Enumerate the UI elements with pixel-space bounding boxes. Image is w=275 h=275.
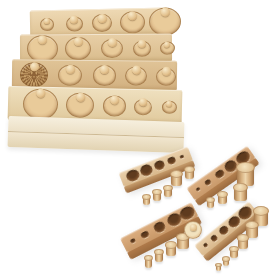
cylinder-hole: [152, 221, 166, 234]
cylinder-hole: [195, 187, 200, 192]
loose-cylinder: [230, 248, 238, 258]
cylinder-top-face: [142, 194, 151, 200]
cylinder-top-face: [233, 183, 248, 192]
cylinder-hole: [213, 169, 225, 180]
cylinder-hole: [210, 234, 218, 242]
cylinder-top-face: [236, 162, 255, 173]
cylinder-top-face: [184, 166, 195, 173]
loose-cylinder: [218, 193, 227, 204]
cylinder-top-face: [165, 241, 177, 249]
cylinder-hole: [179, 154, 184, 159]
cylinder-top-face: [144, 255, 153, 261]
cylinder-top-face: [217, 191, 228, 198]
cylinder-hole: [153, 160, 165, 172]
loose-cylinder: [143, 196, 150, 205]
cylinder-top-face: [222, 256, 230, 261]
cylinder-top-face: [170, 170, 183, 178]
loose-cylinder: [238, 237, 248, 249]
loose-cylinder: [207, 199, 214, 208]
cylinder-top-face: [253, 206, 269, 216]
loose-cylinder: [223, 258, 229, 266]
knobbed-disc-cylinder: [184, 221, 202, 239]
cylinder-hole: [167, 156, 177, 165]
product-photo: [0, 0, 275, 275]
cylinder-knob: [190, 224, 197, 231]
cylinder-top-face: [206, 197, 215, 203]
cylinder-hole: [129, 238, 135, 244]
loose-cylinder: [166, 244, 176, 256]
cylinder-top-face: [215, 263, 222, 268]
cylinder-hole: [140, 230, 150, 240]
loose-cylinder: [171, 173, 182, 186]
loose-cylinder: [177, 236, 189, 249]
cylinder-hole: [218, 224, 230, 236]
cylinder-top-face: [237, 234, 249, 242]
cylinder-hole: [203, 242, 208, 247]
loose-cylinder: [145, 257, 152, 268]
loose-cylinder: [185, 168, 194, 179]
loose-cylinder: [234, 186, 247, 201]
loose-cylinder: [164, 187, 172, 197]
loose-cylinder: [153, 191, 161, 201]
cylinder-hole: [204, 178, 212, 186]
loose-cylinder: [155, 251, 163, 262]
loose-cylinder-block-set: [0, 0, 275, 275]
loose-cylinder: [216, 264, 221, 271]
